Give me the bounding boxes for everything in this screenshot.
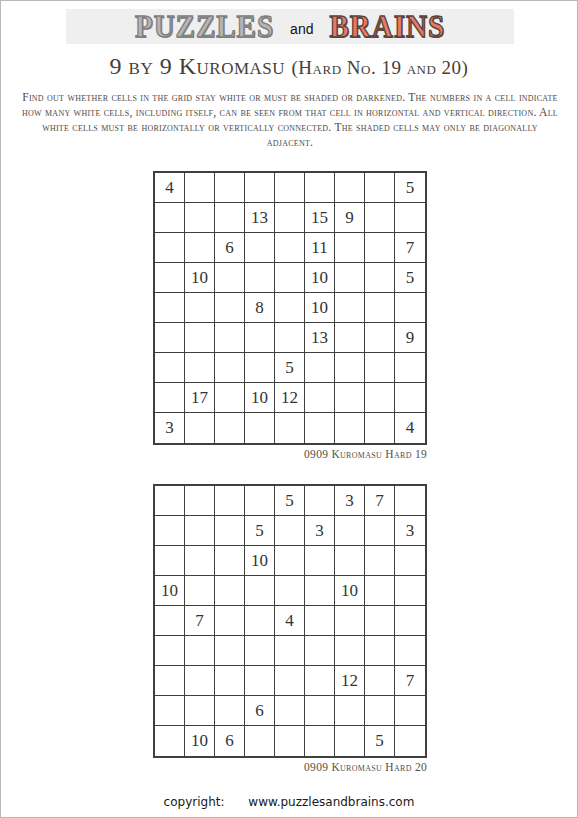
grid20-cell-r3c2[interactable] — [185, 546, 215, 576]
grid19-cell-r6c7[interactable] — [335, 323, 365, 353]
grid19-cell-r6c1[interactable] — [155, 323, 185, 353]
grid20-cell-r2c5[interactable] — [275, 516, 305, 546]
kuromasu-grid-20: 5375331010107412761065 — [153, 484, 427, 758]
grid19-cell-r2c4[interactable]: 13 — [245, 203, 275, 233]
grid19-cell-r9c6[interactable] — [305, 413, 335, 443]
grid19-cell-r8c5[interactable]: 12 — [275, 383, 305, 413]
grid20-cell-r5c4[interactable] — [245, 606, 275, 636]
grid20-cell-r1c2[interactable] — [185, 486, 215, 516]
grid19-cell-r5c3[interactable] — [215, 293, 245, 323]
grid20-cell-r8c2[interactable] — [185, 696, 215, 726]
grid20-cell-r5c6[interactable] — [305, 606, 335, 636]
grid19-cell-r4c5[interactable] — [275, 263, 305, 293]
grid20-cell-r8c4[interactable]: 6 — [245, 696, 275, 726]
kuromasu-grid-19: 4513159611710105810139517101234 — [153, 171, 427, 445]
grid19-cell-r7c8[interactable] — [365, 353, 395, 383]
logo-word-and: and — [290, 17, 313, 37]
grid20-cell-r6c3[interactable] — [215, 636, 245, 666]
grid20-cell-r5c3[interactable] — [215, 606, 245, 636]
grid20-cell-r3c4[interactable]: 10 — [245, 546, 275, 576]
grid19-cell-r6c4[interactable] — [245, 323, 275, 353]
grid19-cell-r2c6[interactable]: 15 — [305, 203, 335, 233]
grid20-cell-r4c3[interactable] — [215, 576, 245, 606]
grid20-cell-r8c9[interactable] — [395, 696, 425, 726]
grid20-cell-r4c8[interactable] — [365, 576, 395, 606]
grid19-cell-r9c5[interactable] — [275, 413, 305, 443]
grid19-cell-r8c7[interactable] — [335, 383, 365, 413]
grid19-cell-r6c2[interactable] — [185, 323, 215, 353]
grid19-cell-r5c8[interactable] — [365, 293, 395, 323]
grid20-cell-r7c9[interactable]: 7 — [395, 666, 425, 696]
grid19-cell-r6c5[interactable] — [275, 323, 305, 353]
grid20-cell-r2c7[interactable] — [335, 516, 365, 546]
grid19-cell-r4c8[interactable] — [365, 263, 395, 293]
page-title-sub: (Hard No. 19 and 20) — [292, 57, 469, 78]
grid19-cell-r3c8[interactable] — [365, 233, 395, 263]
grid19-cell-r4c1[interactable] — [155, 263, 185, 293]
grid20-cell-r7c8[interactable] — [365, 666, 395, 696]
grid19-cell-r5c6[interactable]: 10 — [305, 293, 335, 323]
grid20-cell-r2c8[interactable] — [365, 516, 395, 546]
grid20-cell-r3c7[interactable] — [335, 546, 365, 576]
grid20-cell-r2c6[interactable]: 3 — [305, 516, 335, 546]
grid19-cell-r2c2[interactable] — [185, 203, 215, 233]
page-title-main: 9 by 9 Kuromasu — [110, 53, 285, 79]
grid19-cell-r1c8[interactable] — [365, 173, 395, 203]
grid19-cell-r2c3[interactable] — [215, 203, 245, 233]
grid20-cell-r3c3[interactable] — [215, 546, 245, 576]
page: Puzzles and Brains 9 by 9 Kuromasu (Hard… — [0, 0, 578, 818]
grid20-cell-r1c9[interactable] — [395, 486, 425, 516]
grid20-cell-r7c5[interactable] — [275, 666, 305, 696]
grid20-cell-r8c8[interactable] — [365, 696, 395, 726]
grid19-cell-r1c4[interactable] — [245, 173, 275, 203]
grid19-cell-r3c6[interactable]: 11 — [305, 233, 335, 263]
grid20-cell-r3c9[interactable] — [395, 546, 425, 576]
grid19-cell-r1c3[interactable] — [215, 173, 245, 203]
grid20-cell-r4c2[interactable] — [185, 576, 215, 606]
grid20-cell-r3c6[interactable] — [305, 546, 335, 576]
grid19-cell-r4c3[interactable] — [215, 263, 245, 293]
grid20-cell-r2c1[interactable] — [155, 516, 185, 546]
grid19-cell-r3c4[interactable] — [245, 233, 275, 263]
grid19-cell-r4c6[interactable]: 10 — [305, 263, 335, 293]
grid20-cell-r5c9[interactable] — [395, 606, 425, 636]
grid20-cell-r5c7[interactable] — [335, 606, 365, 636]
grid20-cell-r7c6[interactable] — [305, 666, 335, 696]
grid19-cell-r3c2[interactable] — [185, 233, 215, 263]
grid19-cell-r7c5[interactable]: 5 — [275, 353, 305, 383]
grid19-cell-r4c2[interactable]: 10 — [185, 263, 215, 293]
grid20-cell-r9c8[interactable]: 5 — [365, 726, 395, 756]
grid20-cell-r9c9[interactable] — [395, 726, 425, 756]
grid20-cell-r7c1[interactable] — [155, 666, 185, 696]
grid19-cell-r8c3[interactable] — [215, 383, 245, 413]
grid19-cell-r6c3[interactable] — [215, 323, 245, 353]
grid20-cell-r7c7[interactable]: 12 — [335, 666, 365, 696]
grid20-cell-r7c4[interactable] — [245, 666, 275, 696]
grid20-cell-r9c4[interactable] — [245, 726, 275, 756]
grid20-cell-r2c9[interactable]: 3 — [395, 516, 425, 546]
grid20-cell-r6c2[interactable] — [185, 636, 215, 666]
grid20-cell-r4c6[interactable] — [305, 576, 335, 606]
logo-word-brains: Brains — [329, 11, 445, 43]
grid20-cell-r6c7[interactable] — [335, 636, 365, 666]
grid20-cell-r5c5[interactable]: 4 — [275, 606, 305, 636]
grid20-cell-r2c3[interactable] — [215, 516, 245, 546]
grid19-cell-r8c4[interactable]: 10 — [245, 383, 275, 413]
grid19-cell-r3c5[interactable] — [275, 233, 305, 263]
grid19-cell-r4c9[interactable]: 5 — [395, 263, 425, 293]
grid20-cell-r1c3[interactable] — [215, 486, 245, 516]
grid19-cell-r2c5[interactable] — [275, 203, 305, 233]
grid19-cell-r5c2[interactable] — [185, 293, 215, 323]
grid19-cell-r1c7[interactable] — [335, 173, 365, 203]
grid19-cell-r7c4[interactable] — [245, 353, 275, 383]
grid19-cell-r8c9[interactable] — [395, 383, 425, 413]
grid19-cell-r1c5[interactable] — [275, 173, 305, 203]
grid19-cell-r2c9[interactable] — [395, 203, 425, 233]
grid19-cell-r7c1[interactable] — [155, 353, 185, 383]
grid19-cell-r9c8[interactable] — [365, 413, 395, 443]
grid20-cell-r5c2[interactable]: 7 — [185, 606, 215, 636]
grid19-cell-r5c1[interactable] — [155, 293, 185, 323]
grid19-cell-r4c4[interactable] — [245, 263, 275, 293]
footer: copyright: www.puzzlesandbrains.com — [1, 795, 577, 809]
grid19-cell-r5c9[interactable] — [395, 293, 425, 323]
grid20-cell-r6c4[interactable] — [245, 636, 275, 666]
grid20-cell-r8c5[interactable] — [275, 696, 305, 726]
grid19-cell-r3c7[interactable] — [335, 233, 365, 263]
grid20-cell-r9c5[interactable] — [275, 726, 305, 756]
grid20-cell-r8c6[interactable] — [305, 696, 335, 726]
grid19-cell-r9c2[interactable] — [185, 413, 215, 443]
grid19-cell-r7c9[interactable] — [395, 353, 425, 383]
grid20-cell-r9c3[interactable]: 6 — [215, 726, 245, 756]
grid20-cell-r1c4[interactable] — [245, 486, 275, 516]
grid19-cell-r4c7[interactable] — [335, 263, 365, 293]
grid20-cell-r1c1[interactable] — [155, 486, 185, 516]
website-link[interactable]: www.puzzlesandbrains.com — [248, 795, 414, 809]
grid20-cell-r4c9[interactable] — [395, 576, 425, 606]
grid19-cell-r1c9[interactable]: 5 — [395, 173, 425, 203]
grid19-cell-r6c6[interactable]: 13 — [305, 323, 335, 353]
grid20-cell-r1c5[interactable]: 5 — [275, 486, 305, 516]
grid20-cell-r8c1[interactable] — [155, 696, 185, 726]
grid20-cell-r4c1[interactable]: 10 — [155, 576, 185, 606]
logo-word-puzzles: Puzzles — [135, 11, 274, 43]
grid20-cell-r4c4[interactable] — [245, 576, 275, 606]
grid20-cell-r7c3[interactable] — [215, 666, 245, 696]
grid19-cell-r2c1[interactable] — [155, 203, 185, 233]
grid20-cell-r1c7[interactable]: 3 — [335, 486, 365, 516]
grid19-cell-r3c3[interactable]: 6 — [215, 233, 245, 263]
logo-banner: Puzzles and Brains — [66, 9, 514, 44]
grid19-cell-r5c4[interactable]: 8 — [245, 293, 275, 323]
grid20-cell-r2c4[interactable]: 5 — [245, 516, 275, 546]
grid20-cell-r6c5[interactable] — [275, 636, 305, 666]
grid19-cell-r9c7[interactable] — [335, 413, 365, 443]
grid19-cell-r8c1[interactable] — [155, 383, 185, 413]
grid19-cell-r7c7[interactable] — [335, 353, 365, 383]
caption-puzzle-20: 0909 Kuromasu Hard 20 — [153, 761, 427, 773]
grid19-cell-r2c7[interactable]: 9 — [335, 203, 365, 233]
grid20-cell-r6c8[interactable] — [365, 636, 395, 666]
grid20-cell-r4c7[interactable]: 10 — [335, 576, 365, 606]
grid19-cell-r5c5[interactable] — [275, 293, 305, 323]
grid20-cell-r1c8[interactable]: 7 — [365, 486, 395, 516]
grid20-cell-r3c8[interactable] — [365, 546, 395, 576]
grid19-cell-r9c4[interactable] — [245, 413, 275, 443]
grid19-cell-r7c6[interactable] — [305, 353, 335, 383]
instructions-text: Find out whether cells in the grid stay … — [20, 90, 560, 150]
grid20-cell-r8c3[interactable] — [215, 696, 245, 726]
grid20-cell-r9c7[interactable] — [335, 726, 365, 756]
grid20-cell-r6c1[interactable] — [155, 636, 185, 666]
grid19-cell-r3c1[interactable] — [155, 233, 185, 263]
grid20-cell-r4c5[interactable] — [275, 576, 305, 606]
grid20-cell-r6c9[interactable] — [395, 636, 425, 666]
grid19-cell-r9c3[interactable] — [215, 413, 245, 443]
grid19-cell-r8c2[interactable]: 17 — [185, 383, 215, 413]
grid19-cell-r8c8[interactable] — [365, 383, 395, 413]
grid20-cell-r9c6[interactable] — [305, 726, 335, 756]
grid19-cell-r3c9[interactable]: 7 — [395, 233, 425, 263]
grid20-cell-r3c1[interactable] — [155, 546, 185, 576]
grid19-cell-r8c6[interactable] — [305, 383, 335, 413]
page-title: 9 by 9 Kuromasu (Hard No. 19 and 20) — [1, 53, 577, 80]
grid19-cell-r9c1[interactable]: 3 — [155, 413, 185, 443]
grid19-cell-r1c2[interactable] — [185, 173, 215, 203]
copyright-label: copyright: — [164, 795, 225, 809]
grid20-cell-r2c2[interactable] — [185, 516, 215, 546]
grid20-cell-r5c8[interactable] — [365, 606, 395, 636]
grid19-cell-r7c3[interactable] — [215, 353, 245, 383]
grid19-cell-r6c9[interactable]: 9 — [395, 323, 425, 353]
grid20-cell-r9c1[interactable] — [155, 726, 185, 756]
grid19-cell-r5c7[interactable] — [335, 293, 365, 323]
grid19-cell-r6c8[interactable] — [365, 323, 395, 353]
grid19-cell-r9c9[interactable]: 4 — [395, 413, 425, 443]
grid19-cell-r2c8[interactable] — [365, 203, 395, 233]
grid20-cell-r3c5[interactable] — [275, 546, 305, 576]
grid19-cell-r1c1[interactable]: 4 — [155, 173, 185, 203]
caption-puzzle-19: 0909 Kuromasu Hard 19 — [153, 448, 427, 460]
grid20-cell-r6c6[interactable] — [305, 636, 335, 666]
grid19-cell-r7c2[interactable] — [185, 353, 215, 383]
grid20-cell-r9c2[interactable]: 10 — [185, 726, 215, 756]
grid20-cell-r8c7[interactable] — [335, 696, 365, 726]
grid20-cell-r7c2[interactable] — [185, 666, 215, 696]
grid20-cell-r5c1[interactable] — [155, 606, 185, 636]
grid20-cell-r1c6[interactable] — [305, 486, 335, 516]
grid19-cell-r1c6[interactable] — [305, 173, 335, 203]
